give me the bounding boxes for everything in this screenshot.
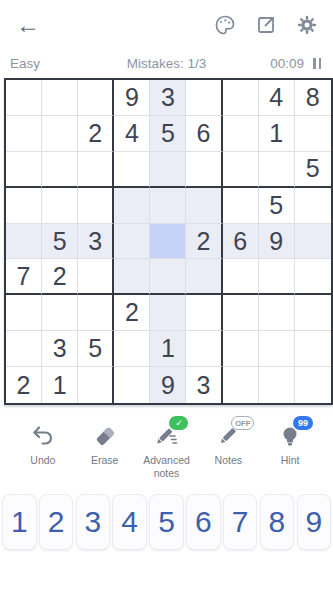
cell-r7c3[interactable]: [78, 295, 114, 331]
cell-r9c4[interactable]: [114, 367, 150, 403]
cell-r2c5[interactable]: 5: [150, 116, 186, 152]
cell-r2c3[interactable]: 2: [78, 116, 114, 152]
palette-icon[interactable]: [213, 13, 237, 37]
cell-r4c2[interactable]: [42, 188, 78, 224]
cell-r9c6[interactable]: 3: [186, 367, 222, 403]
cell-r8c1[interactable]: [6, 331, 42, 367]
cell-r4c8[interactable]: 5: [259, 188, 295, 224]
cell-r4c1[interactable]: [6, 188, 42, 224]
cell-r8c7[interactable]: [223, 331, 259, 367]
cell-r5c6[interactable]: 2: [186, 224, 222, 260]
cell-r6c3[interactable]: [78, 259, 114, 295]
cell-r3c8[interactable]: [259, 152, 295, 188]
cell-r8c4[interactable]: [114, 331, 150, 367]
settings-gear-icon[interactable]: [295, 13, 319, 37]
cell-r7c1[interactable]: [6, 295, 42, 331]
cell-r1c3[interactable]: [78, 80, 114, 116]
number-pad: 123456789: [0, 480, 333, 550]
cell-r9c5[interactable]: 9: [150, 367, 186, 403]
cell-r7c9[interactable]: [295, 295, 331, 331]
cell-r1c2[interactable]: [42, 80, 78, 116]
hint-bulb-icon: 99: [277, 423, 303, 449]
cell-r5c3[interactable]: 3: [78, 224, 114, 260]
eraser-icon: [92, 423, 118, 449]
back-button[interactable]: ←: [16, 13, 40, 37]
erase-label: Erase: [91, 454, 118, 467]
cell-r8c2[interactable]: 3: [42, 331, 78, 367]
cell-r4c6[interactable]: [186, 188, 222, 224]
cell-r7c8[interactable]: [259, 295, 295, 331]
cell-r1c5[interactable]: 3: [150, 80, 186, 116]
cell-r9c9[interactable]: [295, 367, 331, 403]
numpad-key-7[interactable]: 7: [223, 494, 258, 550]
sudoku-board: 93482456155532697223512193: [4, 78, 333, 405]
hint-label: Hint: [281, 454, 300, 467]
erase-button[interactable]: Erase: [74, 423, 136, 480]
cell-r2c2[interactable]: [42, 116, 78, 152]
cell-r1c1[interactable]: [6, 80, 42, 116]
cell-r6c9[interactable]: [295, 259, 331, 295]
action-toolbar: Undo Erase: [0, 405, 333, 480]
cell-r3c2[interactable]: [42, 152, 78, 188]
hint-button[interactable]: 99 Hint: [259, 423, 321, 480]
cell-r5c4[interactable]: [114, 224, 150, 260]
cell-r1c6[interactable]: [186, 80, 222, 116]
cell-r8c3[interactable]: 5: [78, 331, 114, 367]
cell-r7c4[interactable]: 2: [114, 295, 150, 331]
cell-r3c7[interactable]: [223, 152, 259, 188]
cell-r2c8[interactable]: 1: [259, 116, 295, 152]
cell-r1c7[interactable]: [223, 80, 259, 116]
cell-r6c1[interactable]: 7: [6, 259, 42, 295]
cell-r5c2[interactable]: 5: [42, 224, 78, 260]
cell-r6c6[interactable]: [186, 259, 222, 295]
difficulty-label: Easy: [10, 56, 102, 71]
numpad-key-6[interactable]: 6: [186, 494, 221, 550]
advanced-notes-label: Advanced notes: [136, 454, 198, 480]
cell-r4c3[interactable]: [78, 188, 114, 224]
cell-r9c3[interactable]: [78, 367, 114, 403]
notes-pencil-icon: OFF: [215, 423, 241, 449]
cell-r2c9[interactable]: [295, 116, 331, 152]
top-bar: ←: [0, 0, 333, 50]
cell-r6c5[interactable]: [150, 259, 186, 295]
cell-r7c6[interactable]: [186, 295, 222, 331]
cell-r2c4[interactable]: 4: [114, 116, 150, 152]
cell-r5c7[interactable]: 6: [223, 224, 259, 260]
undo-label: Undo: [30, 454, 55, 467]
cell-r9c8[interactable]: [259, 367, 295, 403]
notes-label: Notes: [215, 454, 242, 467]
notes-off-badge: OFF: [231, 416, 254, 430]
cell-r8c6[interactable]: [186, 331, 222, 367]
cell-r2c1[interactable]: [6, 116, 42, 152]
cell-r2c7[interactable]: [223, 116, 259, 152]
cell-r6c4[interactable]: [114, 259, 150, 295]
undo-icon: [30, 423, 56, 449]
cell-r6c7[interactable]: [223, 259, 259, 295]
cell-r5c5[interactable]: [150, 224, 186, 260]
advanced-notes-on-badge: ✓: [169, 416, 188, 430]
cell-r8c9[interactable]: [295, 331, 331, 367]
cell-r3c1[interactable]: [6, 152, 42, 188]
cell-r1c9[interactable]: 8: [295, 80, 331, 116]
timer: 00:09: [270, 56, 304, 71]
cell-r3c5[interactable]: [150, 152, 186, 188]
cell-r8c5[interactable]: 1: [150, 331, 186, 367]
cell-r1c8[interactable]: 4: [259, 80, 295, 116]
cell-r7c5[interactable]: [150, 295, 186, 331]
share-icon[interactable]: [254, 13, 278, 37]
cell-r3c4[interactable]: [114, 152, 150, 188]
cell-r3c6[interactable]: [186, 152, 222, 188]
cell-r8c8[interactable]: [259, 331, 295, 367]
cell-r5c8[interactable]: 9: [259, 224, 295, 260]
status-bar: Easy Mistakes: 1/3 00:09: [0, 50, 333, 76]
cell-r5c9[interactable]: [295, 224, 331, 260]
cell-r3c3[interactable]: [78, 152, 114, 188]
cell-r5c1[interactable]: [6, 224, 42, 260]
advanced-notes-button[interactable]: ✓ Advanced notes: [136, 423, 198, 480]
numpad-key-5[interactable]: 5: [149, 494, 184, 550]
cell-r9c1[interactable]: 2: [6, 367, 42, 403]
advanced-notes-pencil-icon: ✓: [153, 423, 179, 449]
cell-r4c9[interactable]: [295, 188, 331, 224]
cell-r7c2[interactable]: [42, 295, 78, 331]
notes-button[interactable]: OFF Notes: [197, 423, 259, 480]
numpad-key-4[interactable]: 4: [112, 494, 147, 550]
cell-r1c4[interactable]: 9: [114, 80, 150, 116]
undo-button[interactable]: Undo: [12, 423, 74, 480]
cell-r4c7[interactable]: [223, 188, 259, 224]
hint-count-badge: 99: [293, 416, 313, 430]
numpad-key-2[interactable]: 2: [39, 494, 74, 550]
numpad-key-8[interactable]: 8: [260, 494, 295, 550]
cell-r2c6[interactable]: 6: [186, 116, 222, 152]
cell-r3c9[interactable]: 5: [295, 152, 331, 188]
pause-button[interactable]: [311, 56, 323, 71]
cell-r4c4[interactable]: [114, 188, 150, 224]
numpad-key-1[interactable]: 1: [2, 494, 37, 550]
cell-r9c2[interactable]: 1: [42, 367, 78, 403]
mistakes-counter: Mistakes: 1/3: [102, 56, 231, 71]
cell-r6c8[interactable]: [259, 259, 295, 295]
cell-r4c5[interactable]: [150, 188, 186, 224]
cell-r9c7[interactable]: [223, 367, 259, 403]
numpad-key-9[interactable]: 9: [297, 494, 332, 550]
numpad-key-3[interactable]: 3: [76, 494, 111, 550]
cell-r6c2[interactable]: 2: [42, 259, 78, 295]
cell-r7c7[interactable]: [223, 295, 259, 331]
sudoku-app: ←: [0, 0, 333, 592]
